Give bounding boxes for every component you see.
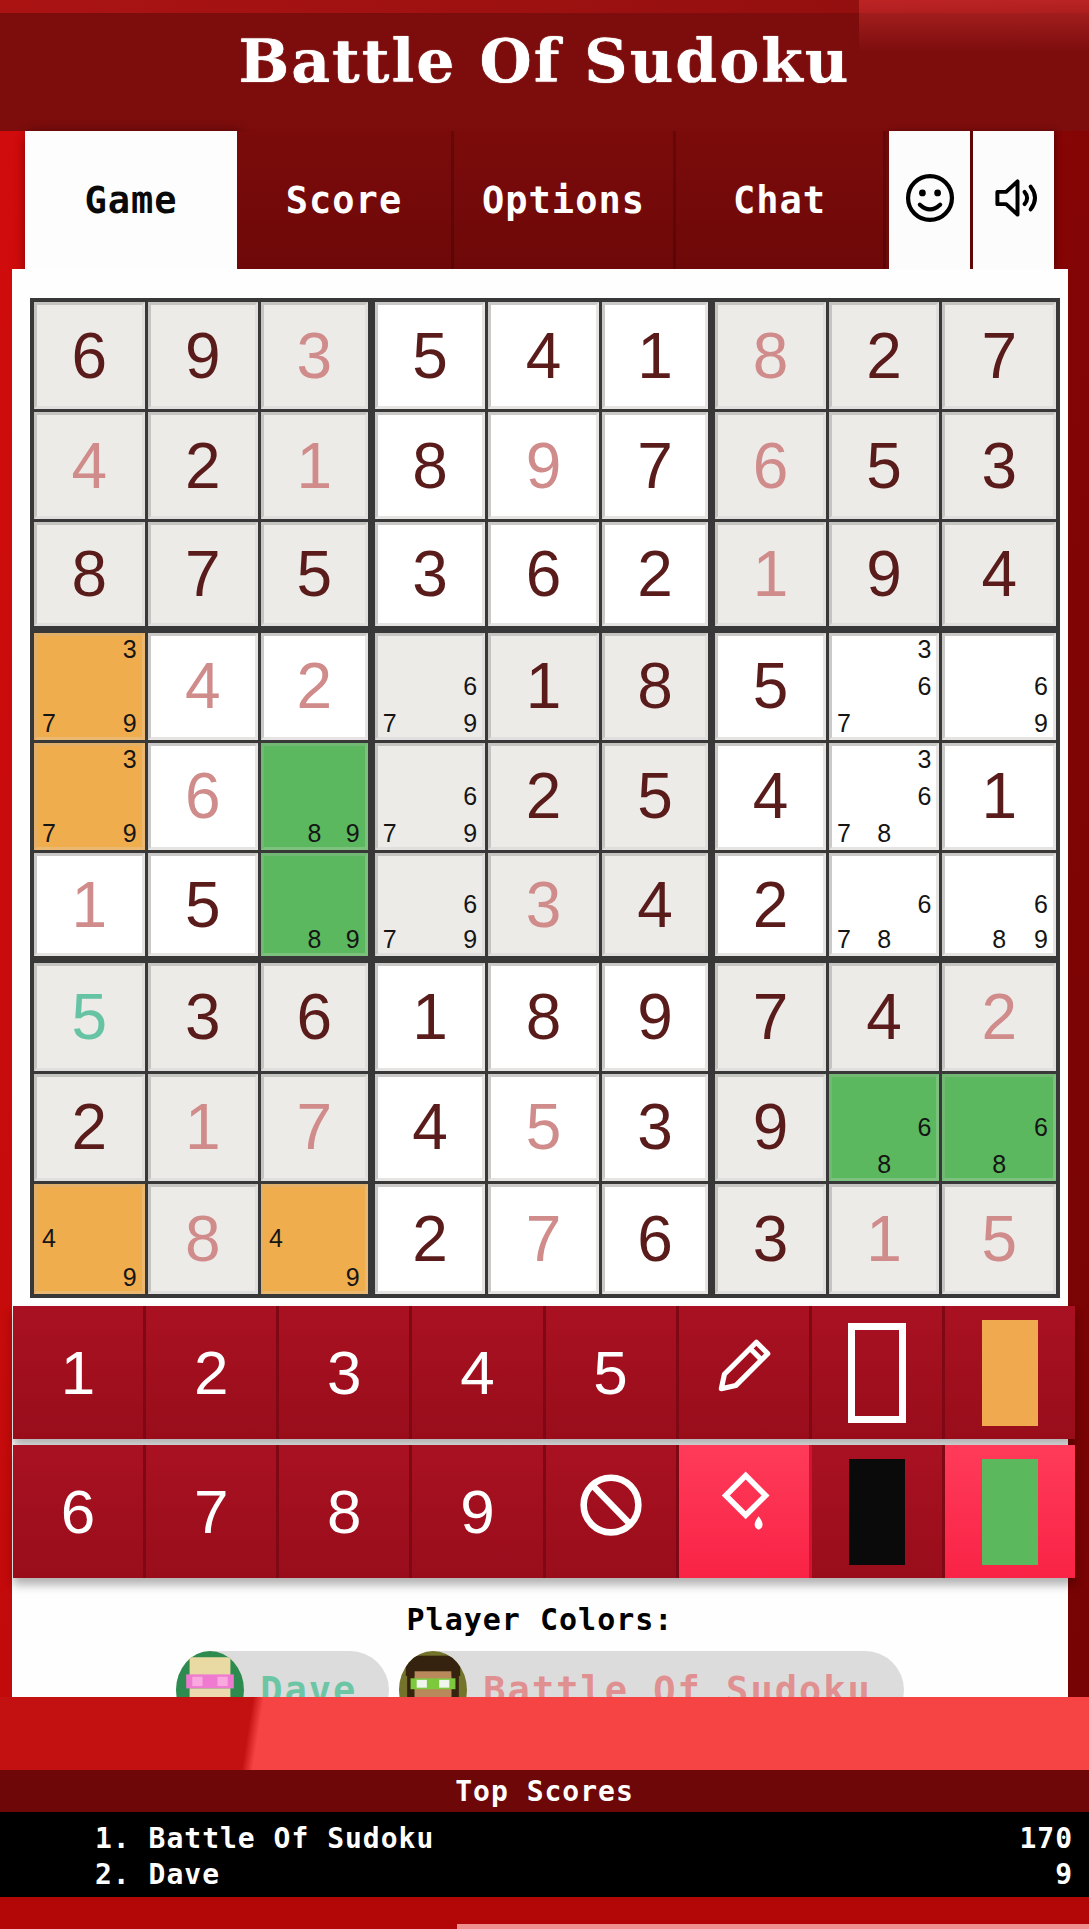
pencil-mark-slot: [331, 1222, 364, 1256]
pencil-mark-slot: [265, 780, 298, 813]
pencil-mark-slot: [982, 703, 1017, 736]
cell-r8c9[interactable]: 68: [942, 1074, 1056, 1184]
cell-r5c3[interactable]: 89: [261, 743, 375, 853]
cell-r7c1[interactable]: 5: [34, 963, 148, 1073]
pencil-mark-slot: 6: [901, 1111, 935, 1144]
cell-r9c1[interactable]: 49: [34, 1184, 148, 1294]
cell-digit: 5: [261, 522, 368, 625]
cell-digit: 6: [488, 522, 599, 625]
pencil-marks: 49: [38, 1188, 141, 1290]
pencil-mark-slot: [379, 857, 413, 889]
cell-r6c5[interactable]: 3: [488, 853, 602, 963]
pencil-mark-slot: 3: [106, 747, 140, 780]
page-title: Battle Of Sudoku: [0, 13, 1089, 108]
pencil-marks: 68: [946, 1078, 1052, 1177]
cell-r9c3[interactable]: 49: [261, 1184, 375, 1294]
cell-digit: 5: [602, 743, 709, 850]
pencil-mark-slot: 8: [298, 921, 331, 953]
pencil-mark-slot: [379, 747, 413, 780]
cell-digit: 6: [148, 743, 259, 850]
cell-digit: 5: [942, 1184, 1056, 1294]
pencil-mark-slot: [72, 747, 106, 780]
pencil-mark-slot: [946, 703, 981, 736]
pencil-marks: 49: [265, 1188, 364, 1290]
pencil-mark-slot: [901, 1144, 935, 1177]
pencil-mark-slot: 9: [331, 1256, 364, 1290]
cell-digit: 7: [942, 302, 1056, 409]
pencil-mark-slot: 7: [379, 703, 413, 736]
clear-tool-button[interactable]: [546, 1445, 679, 1578]
pad-digit-5[interactable]: 5: [546, 1306, 679, 1439]
eraser-tool-button[interactable]: [679, 1445, 812, 1578]
cell-r9c2[interactable]: 8: [148, 1184, 262, 1294]
cell-r5c8[interactable]: 3678: [829, 743, 943, 853]
pencil-mark-slot: [867, 747, 901, 780]
cell-r6c7[interactable]: 2: [715, 853, 829, 963]
tab-score[interactable]: Score: [237, 131, 454, 269]
cell-digit: 1: [261, 412, 368, 519]
cell-digit: 8: [602, 633, 709, 740]
cell-digit: 9: [829, 522, 940, 625]
pencil-mark-slot: [265, 1256, 298, 1290]
cell-r3c8[interactable]: 9: [829, 522, 943, 632]
cell-r1c7[interactable]: 8: [715, 302, 829, 412]
cell-digit: 8: [148, 1184, 259, 1294]
cell-r7c3[interactable]: 6: [261, 963, 375, 1073]
cell-r6c4[interactable]: 679: [375, 853, 489, 963]
pencil-mark-slot: 4: [265, 1222, 298, 1256]
cell-r7c2[interactable]: 3: [148, 963, 262, 1073]
cell-r8c6[interactable]: 3: [602, 1074, 716, 1184]
speaker-button[interactable]: [973, 131, 1054, 269]
ban-icon: [576, 1470, 646, 1554]
pencil-mark-slot: 8: [867, 813, 901, 846]
pencil-mark-slot: 9: [106, 1256, 140, 1290]
pencil-marks: 679: [379, 747, 482, 846]
pencil-mark-slot: [106, 780, 140, 813]
cell-r5c6[interactable]: 5: [602, 743, 716, 853]
pencil-marks: 3678: [833, 747, 936, 846]
cell-digit: 1: [715, 522, 826, 625]
pencil-mark-slot: 8: [298, 813, 331, 846]
pencil-mark-slot: 9: [1017, 703, 1052, 736]
pencil-mark-slot: [72, 637, 106, 670]
cell-digit: 2: [715, 853, 826, 956]
pencil-mark-slot: [72, 1188, 106, 1222]
cell-r1c3[interactable]: 3: [261, 302, 375, 412]
pencil-mark-slot: [867, 780, 901, 813]
cell-digit: 1: [34, 853, 145, 956]
pencil-mark-slot: 9: [447, 703, 481, 736]
pencil-mark-slot: [298, 747, 331, 780]
pencil-mark-slot: 6: [901, 889, 935, 921]
cell-digit: 4: [375, 1074, 486, 1181]
pencil-mark-slot: [38, 670, 72, 703]
cell-r8c1[interactable]: 2: [34, 1074, 148, 1184]
cell-r5c2[interactable]: 6: [148, 743, 262, 853]
pencil-marks: 679: [379, 857, 482, 952]
cell-r7c5[interactable]: 8: [488, 963, 602, 1073]
cell-r4c7[interactable]: 5: [715, 633, 829, 743]
cell-r2c6[interactable]: 7: [602, 412, 716, 522]
cell-r2c7[interactable]: 6: [715, 412, 829, 522]
color-green-button[interactable]: [945, 1445, 1075, 1578]
tab-game[interactable]: Game: [25, 131, 237, 269]
cell-digit: 7: [602, 412, 709, 519]
number-pad-row-1: 12345: [13, 1306, 1075, 1439]
cell-r7c8[interactable]: 4: [829, 963, 943, 1073]
pencil-marks: 678: [833, 857, 936, 952]
cell-r2c1[interactable]: 4: [34, 412, 148, 522]
pencil-mark-slot: [901, 813, 935, 846]
pencil-mark-slot: [379, 637, 413, 670]
pencil-mark-slot: [867, 670, 901, 703]
pencil-mark-slot: 6: [901, 670, 935, 703]
cell-digit: 2: [375, 1184, 486, 1294]
pencil-mark-slot: [447, 857, 481, 889]
pencil-mark-slot: [901, 921, 935, 953]
score-row: 1. Battle Of Sudoku170: [95, 1821, 1073, 1857]
tab-chat[interactable]: Chat: [676, 131, 886, 269]
cell-r1c4[interactable]: 5: [375, 302, 489, 412]
pad-digit-1[interactable]: 1: [13, 1306, 146, 1439]
cell-r3c6[interactable]: 2: [602, 522, 716, 632]
pencil-mark-slot: [833, 857, 867, 889]
cell-r8c3[interactable]: 7: [261, 1074, 375, 1184]
pencil-mark-slot: [946, 857, 981, 889]
cell-r7c4[interactable]: 1: [375, 963, 489, 1073]
cell-digit: 5: [375, 302, 486, 409]
cell-digit: 4: [488, 302, 599, 409]
cell-digit: 3: [375, 522, 486, 625]
pencil-mark-slot: [265, 747, 298, 780]
cell-digit: 5: [715, 633, 826, 740]
pencil-mark-slot: [833, 637, 867, 670]
white-swatch: [848, 1323, 906, 1423]
score-value: 9: [1055, 1857, 1073, 1893]
cell-digit: 1: [488, 633, 599, 740]
cell-r8c7[interactable]: 9: [715, 1074, 829, 1184]
pencil-mark-slot: [413, 813, 447, 846]
pencil-mark-slot: [413, 703, 447, 736]
cell-digit: 6: [34, 302, 145, 409]
pencil-mark-slot: 7: [379, 813, 413, 846]
pencil-mark-slot: 6: [447, 780, 481, 813]
pencil-mark-slot: 9: [331, 921, 364, 953]
cell-r3c3[interactable]: 5: [261, 522, 375, 632]
cell-r3c4[interactable]: 3: [375, 522, 489, 632]
pencil-mark-slot: [72, 780, 106, 813]
cell-r1c9[interactable]: 7: [942, 302, 1056, 412]
pencil-mark-slot: 8: [867, 1144, 901, 1177]
pencil-mark-slot: [72, 813, 106, 846]
pencil-mark-slot: [982, 1078, 1017, 1111]
pencil-mark-slot: [38, 747, 72, 780]
pencil-marks: 679: [379, 637, 482, 736]
pencil-mark-slot: [447, 637, 481, 670]
header: Battle Of Sudoku: [0, 0, 1089, 131]
cell-r5c5[interactable]: 2: [488, 743, 602, 853]
pencil-mark-slot: 7: [833, 813, 867, 846]
cell-digit: 2: [829, 302, 940, 409]
cell-digit: 7: [715, 963, 826, 1070]
cell-r9c5[interactable]: 7: [488, 1184, 602, 1294]
cell-r1c5[interactable]: 4: [488, 302, 602, 412]
pencil-mark-slot: [265, 813, 298, 846]
sudoku-board: 6935418274218976538753621943794267918536…: [30, 298, 1060, 1298]
pencil-mark-slot: [413, 857, 447, 889]
cell-r6c9[interactable]: 689: [942, 853, 1056, 963]
cell-r9c4[interactable]: 2: [375, 1184, 489, 1294]
cell-digit: 8: [715, 302, 826, 409]
nav-icon-buttons: [886, 131, 1054, 269]
pencil-mark-slot: [946, 921, 981, 953]
number-pad-row-2: 6789: [13, 1445, 1075, 1578]
color-swatch: [849, 1459, 905, 1565]
pencil-mark-slot: [298, 1256, 331, 1290]
pencil-mark-slot: [833, 747, 867, 780]
cell-r3c1[interactable]: 8: [34, 522, 148, 632]
cell-digit: 4: [715, 743, 826, 850]
cell-r6c6[interactable]: 4: [602, 853, 716, 963]
color-swatch: [982, 1459, 1038, 1565]
pencil-mark-slot: [901, 703, 935, 736]
decorative-red-band: [0, 1697, 1089, 1770]
pencil-mark-slot: 8: [982, 921, 1017, 953]
cell-r9c7[interactable]: 3: [715, 1184, 829, 1294]
pencil-mark-slot: [867, 889, 901, 921]
cell-r4c8[interactable]: 367: [829, 633, 943, 743]
cell-r2c5[interactable]: 9: [488, 412, 602, 522]
cell-digit: 8: [488, 963, 599, 1070]
pencil-mark-slot: [833, 780, 867, 813]
cell-digit: 4: [34, 412, 145, 519]
cell-r4c4[interactable]: 679: [375, 633, 489, 743]
cell-digit: 2: [488, 743, 599, 850]
pencil-mark-slot: 8: [867, 921, 901, 953]
pencil-marks: 367: [833, 637, 936, 736]
pencil-mark-slot: [106, 670, 140, 703]
cell-r8c2[interactable]: 1: [148, 1074, 262, 1184]
pencil-mark-slot: 7: [833, 921, 867, 953]
cell-digit: 5: [148, 853, 259, 956]
pencil-mark-slot: [38, 637, 72, 670]
cell-r1c8[interactable]: 2: [829, 302, 943, 412]
cell-r1c6[interactable]: 1: [602, 302, 716, 412]
cell-digit: 3: [715, 1184, 826, 1294]
pencil-mark-slot: [265, 921, 298, 953]
cell-r7c9[interactable]: 2: [942, 963, 1056, 1073]
pencil-mark-slot: 3: [106, 637, 140, 670]
pencil-mark-slot: [413, 889, 447, 921]
cell-digit: 3: [942, 412, 1056, 519]
cell-r4c9[interactable]: 69: [942, 633, 1056, 743]
pad-digit-2[interactable]: 2: [146, 1306, 279, 1439]
pencil-mark-slot: [946, 637, 981, 670]
pencil-mark-slot: [833, 1078, 867, 1111]
cell-r9c9[interactable]: 5: [942, 1184, 1056, 1294]
cell-r5c4[interactable]: 679: [375, 743, 489, 853]
pencil-mark-slot: 9: [1017, 921, 1052, 953]
pencil-mark-slot: [298, 889, 331, 921]
cell-r4c6[interactable]: 8: [602, 633, 716, 743]
cell-r2c3[interactable]: 1: [261, 412, 375, 522]
pencil-mark-slot: [265, 857, 298, 889]
pencil-mark-slot: [833, 889, 867, 921]
cell-r8c8[interactable]: 68: [829, 1074, 943, 1184]
pencil-mark-slot: [72, 1222, 106, 1256]
pencil-mark-slot: [106, 1222, 140, 1256]
pencil-mark-slot: [298, 857, 331, 889]
cell-r3c5[interactable]: 6: [488, 522, 602, 632]
pencil-mark-slot: 9: [331, 813, 364, 846]
pencil-mark-slot: 7: [38, 703, 72, 736]
pencil-mark-slot: 6: [1017, 670, 1052, 703]
cell-digit: 5: [829, 412, 940, 519]
pencil-mark-slot: [413, 637, 447, 670]
cell-r6c8[interactable]: 678: [829, 853, 943, 963]
pencil-mark-slot: [982, 637, 1017, 670]
cell-digit: 1: [829, 1184, 940, 1294]
cell-r8c4[interactable]: 4: [375, 1074, 489, 1184]
color-swatch: [982, 1320, 1038, 1426]
cell-digit: 7: [488, 1184, 599, 1294]
pencil-mark-slot: [298, 1222, 331, 1256]
cell-digit: 3: [488, 853, 599, 956]
pencil-mark-slot: 6: [1017, 889, 1052, 921]
pencil-mark-slot: [1017, 857, 1052, 889]
speaker-icon: [986, 170, 1042, 230]
cell-digit: 1: [602, 302, 709, 409]
pencil-mark-slot: [982, 889, 1017, 921]
pad-digit-3[interactable]: 3: [279, 1306, 412, 1439]
cell-r1c2[interactable]: 9: [148, 302, 262, 412]
pencil-mark-slot: [379, 889, 413, 921]
pencil-mark-slot: 6: [901, 780, 935, 813]
pencil-mark-slot: 9: [447, 813, 481, 846]
cell-r5c1[interactable]: 379: [34, 743, 148, 853]
cell-digit: 1: [942, 743, 1056, 850]
pencil-mark-slot: [38, 1188, 72, 1222]
cell-r4c2[interactable]: 4: [148, 633, 262, 743]
pencil-mark-slot: [946, 1078, 981, 1111]
pad-digit-9[interactable]: 9: [412, 1445, 545, 1578]
pad-digit-6[interactable]: 6: [13, 1445, 146, 1578]
cell-r3c7[interactable]: 1: [715, 522, 829, 632]
pencil-mark-slot: 4: [38, 1222, 72, 1256]
cell-digit: 9: [715, 1074, 826, 1181]
tab-options[interactable]: Options: [454, 131, 676, 269]
pencil-icon: [711, 1333, 777, 1413]
pencil-mark-slot: 8: [982, 1144, 1017, 1177]
pencil-mark-slot: 7: [379, 921, 413, 953]
pencil-mark-slot: [413, 670, 447, 703]
cell-digit: 3: [261, 302, 368, 409]
pencil-mark-slot: [982, 857, 1017, 889]
cell-digit: 2: [261, 633, 368, 740]
pencil-mark-slot: [413, 780, 447, 813]
pencil-mark-slot: [106, 1188, 140, 1222]
pencil-tool-button[interactable]: [679, 1306, 812, 1439]
pad-digit-8[interactable]: 8: [279, 1445, 412, 1578]
pad-digit-4[interactable]: 4: [412, 1306, 545, 1439]
pencil-mark-slot: 7: [38, 813, 72, 846]
cell-r6c2[interactable]: 5: [148, 853, 262, 963]
pencil-mark-slot: [379, 670, 413, 703]
score-row: 2. Dave9: [95, 1857, 1073, 1893]
cell-digit: 5: [34, 963, 145, 1070]
cell-r7c7[interactable]: 7: [715, 963, 829, 1073]
cell-digit: 4: [829, 963, 940, 1070]
pencil-mark-slot: [946, 889, 981, 921]
cell-r8c5[interactable]: 5: [488, 1074, 602, 1184]
cell-r7c6[interactable]: 9: [602, 963, 716, 1073]
pencil-mark-slot: 9: [106, 703, 140, 736]
color-orange-button[interactable]: [945, 1306, 1075, 1439]
pencil-mark-slot: 7: [833, 703, 867, 736]
pencil-mark-slot: [38, 780, 72, 813]
pencil-marks: 89: [265, 857, 364, 952]
cell-r3c9[interactable]: 4: [942, 522, 1056, 632]
top-scores-list: 1. Battle Of Sudoku1702. Dave9: [0, 1812, 1089, 1897]
cell-digit: 7: [148, 522, 259, 625]
pencil-mark-slot: [1017, 1078, 1052, 1111]
pencil-mark-slot: [331, 889, 364, 921]
pencil-mark-slot: [946, 1111, 981, 1144]
cell-r2c8[interactable]: 5: [829, 412, 943, 522]
cell-digit: 4: [602, 853, 709, 956]
color-black-button[interactable]: [812, 1445, 945, 1578]
cell-r4c5[interactable]: 1: [488, 633, 602, 743]
cell-r9c8[interactable]: 1: [829, 1184, 943, 1294]
pencil-mark-slot: [72, 1256, 106, 1290]
pencil-mark-slot: 6: [447, 889, 481, 921]
cell-r9c6[interactable]: 6: [602, 1184, 716, 1294]
cell-r6c1[interactable]: 1: [34, 853, 148, 963]
cell-r4c1[interactable]: 379: [34, 633, 148, 743]
pencil-mark-slot: [331, 1188, 364, 1222]
pencil-mark-slot: 9: [447, 921, 481, 953]
pencil-mark-slot: [331, 857, 364, 889]
pencil-mark-slot: [413, 747, 447, 780]
cell-r2c4[interactable]: 8: [375, 412, 489, 522]
smiley-button[interactable]: [889, 131, 970, 269]
player-colors-heading: Player Colors:: [12, 1602, 1068, 1637]
pencil-mark-slot: [38, 1256, 72, 1290]
cell-r1c1[interactable]: 6: [34, 302, 148, 412]
score-player: 2. Dave: [95, 1857, 220, 1893]
cell-r2c9[interactable]: 3: [942, 412, 1056, 522]
cell-digit: 3: [148, 963, 259, 1070]
pencil-mark-slot: [867, 637, 901, 670]
color-white-button[interactable]: [812, 1306, 945, 1439]
cell-r5c9[interactable]: 1: [942, 743, 1056, 853]
cell-digit: 4: [942, 522, 1056, 625]
pencil-mark-slot: [298, 780, 331, 813]
cell-r4c3[interactable]: 2: [261, 633, 375, 743]
pencil-marks: 89: [265, 747, 364, 846]
pad-digit-7[interactable]: 7: [146, 1445, 279, 1578]
cell-r5c7[interactable]: 4: [715, 743, 829, 853]
pencil-mark-slot: [379, 780, 413, 813]
pencil-mark-slot: [946, 1144, 981, 1177]
cell-digit: 3: [602, 1074, 709, 1181]
cell-r3c2[interactable]: 7: [148, 522, 262, 632]
pencil-mark-slot: [833, 1111, 867, 1144]
cell-r6c3[interactable]: 89: [261, 853, 375, 963]
cell-r2c2[interactable]: 2: [148, 412, 262, 522]
pencil-mark-slot: 6: [1017, 1111, 1052, 1144]
